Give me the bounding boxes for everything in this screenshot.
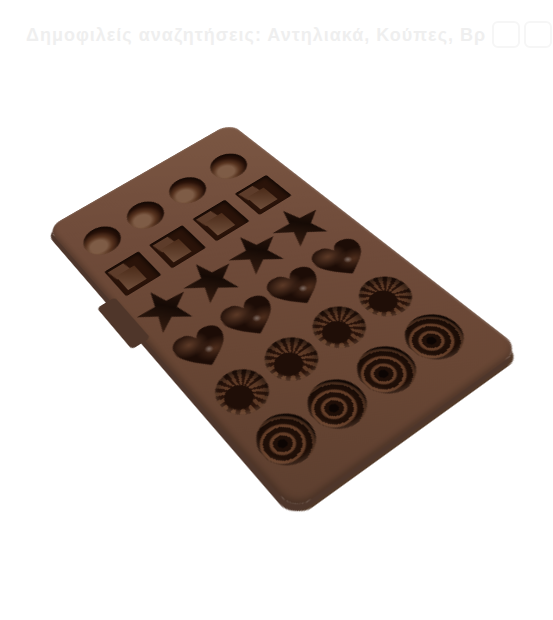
faint-header-icon-2 <box>524 21 552 48</box>
product-photo: Δημοφιλείς αναζητήσεις: Αντηλιακά, Κούπε… <box>0 0 553 620</box>
faint-header-icon-1 <box>492 21 520 48</box>
chocolate-mold-tray <box>47 123 521 512</box>
popular-searches-text: Δημοφιλείς αναζητήσεις: Αντηλιακά, Κούπε… <box>26 25 486 46</box>
